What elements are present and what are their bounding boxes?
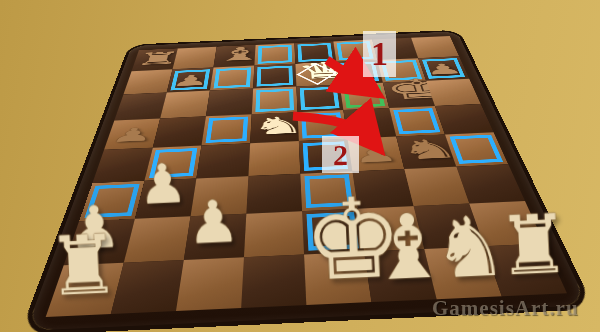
white-king-e1[interactable]: ♚	[301, 183, 370, 297]
square-b7[interactable]: ♟	[167, 67, 214, 92]
square-b6[interactable]	[160, 91, 210, 119]
square-d4[interactable]	[248, 141, 300, 176]
square-d2[interactable]	[244, 211, 304, 257]
white-pawn-c2[interactable]: ♟	[182, 192, 244, 253]
square-d1[interactable]	[241, 254, 306, 308]
square-c5[interactable]	[201, 114, 251, 145]
square-d5[interactable]: ♞	[250, 112, 299, 143]
square-h8[interactable]	[411, 36, 459, 58]
black-bishop-c8[interactable]: ♝	[214, 44, 256, 64]
square-a6[interactable]	[114, 92, 166, 120]
square-f6[interactable]	[340, 83, 390, 110]
square-e7[interactable]: ♛	[295, 62, 339, 87]
square-e5[interactable]	[298, 110, 348, 141]
square-b8[interactable]	[173, 47, 217, 70]
square-c8[interactable]: ♝	[213, 45, 255, 68]
black-pawn-f4[interactable]: ♟	[349, 144, 403, 167]
square-c2[interactable]: ♟	[184, 214, 246, 260]
square-d8[interactable]	[254, 43, 295, 65]
black-pawn-a5[interactable]: ♟	[106, 125, 159, 145]
square-e1[interactable]: ♚	[304, 252, 371, 305]
square-g1[interactable]: ♞	[424, 246, 502, 299]
square-e4[interactable]	[299, 139, 352, 174]
square-c4[interactable]	[196, 143, 250, 178]
square-f5[interactable]	[343, 108, 396, 139]
square-a1[interactable]: ♜	[46, 263, 124, 317]
square-b5[interactable]	[153, 116, 206, 147]
square-h4[interactable]	[445, 132, 508, 166]
square-d7[interactable]	[253, 64, 296, 89]
black-pawn-b7[interactable]: ♟	[168, 72, 213, 88]
white-queen-e7[interactable]: ♛	[295, 59, 339, 83]
white-knight-g1[interactable]: ♞	[431, 205, 499, 291]
black-king-g6[interactable]: ♚	[381, 75, 433, 104]
white-rook-h1[interactable]: ♜	[495, 204, 563, 288]
square-g5[interactable]	[389, 106, 445, 137]
square-b1[interactable]	[111, 260, 184, 314]
square-f1[interactable]: ♝	[364, 249, 437, 302]
chess-board: ♜♝♟♛♟♚♟♞♟♞♟♟♟♜♚♝♞♜	[26, 31, 588, 330]
square-a8[interactable]: ♜	[132, 48, 178, 71]
square-e6[interactable]	[296, 85, 343, 113]
square-a5[interactable]: ♟	[104, 118, 160, 149]
white-bishop-f1[interactable]: ♝	[366, 202, 434, 294]
chess-game-screenshot: ♜♝♟♛♟♚♟♞♟♞♟♟♟♜♚♝♞♜ 1 2 GamesisArt.ru	[0, 0, 600, 332]
square-f7[interactable]	[336, 60, 383, 85]
board-tilt-wrapper: ♜♝♟♛♟♚♟♞♟♞♟♟♟♜♚♝♞♜	[0, 0, 600, 332]
board-grid: ♜♝♟♛♟♚♟♞♟♞♟♟♟♜♚♝♞♜	[46, 36, 567, 317]
white-knight-d5[interactable]: ♞	[250, 113, 298, 138]
square-d3[interactable]	[246, 174, 302, 214]
square-f4[interactable]: ♟	[348, 137, 405, 172]
square-c6[interactable]	[206, 89, 253, 117]
square-c1[interactable]	[176, 257, 244, 311]
square-b2[interactable]	[124, 216, 191, 262]
square-h5[interactable]	[435, 104, 494, 135]
square-a7[interactable]	[123, 69, 172, 94]
black-knight-g4[interactable]: ♞	[397, 135, 455, 163]
square-h6[interactable]	[426, 79, 481, 106]
square-d6[interactable]	[252, 87, 298, 115]
square-c7[interactable]	[210, 66, 254, 91]
black-rook-a8[interactable]: ♜	[133, 49, 178, 67]
white-rook-a1[interactable]: ♜	[45, 224, 113, 308]
